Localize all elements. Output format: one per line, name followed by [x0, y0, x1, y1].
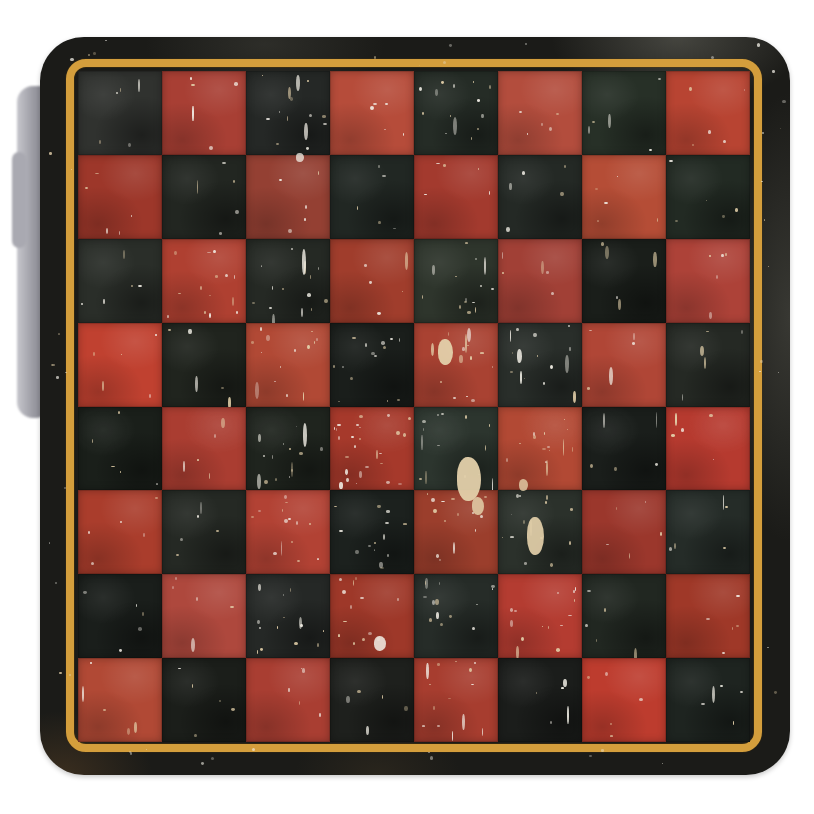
square-e3[interactable] [414, 490, 498, 574]
square-h3[interactable] [666, 490, 750, 574]
square-c3[interactable] [246, 490, 330, 574]
square-a6[interactable] [78, 239, 162, 323]
square-e7[interactable] [414, 155, 498, 239]
checkerboard [40, 37, 790, 775]
square-g3[interactable] [582, 490, 666, 574]
square-f4[interactable] [498, 407, 582, 491]
square-a8[interactable] [78, 71, 162, 155]
square-d1[interactable] [330, 658, 414, 742]
square-g6[interactable] [582, 239, 666, 323]
square-b4[interactable] [162, 407, 246, 491]
square-b5[interactable] [162, 323, 246, 407]
square-b3[interactable] [162, 490, 246, 574]
square-d6[interactable] [330, 239, 414, 323]
square-a2[interactable] [78, 574, 162, 658]
square-h1[interactable] [666, 658, 750, 742]
square-c6[interactable] [246, 239, 330, 323]
square-b7[interactable] [162, 155, 246, 239]
square-d5[interactable] [330, 323, 414, 407]
board-grid [78, 71, 750, 742]
square-g1[interactable] [582, 658, 666, 742]
square-f7[interactable] [498, 155, 582, 239]
square-f5[interactable] [498, 323, 582, 407]
square-e5[interactable] [414, 323, 498, 407]
square-c2[interactable] [246, 574, 330, 658]
square-a3[interactable] [78, 490, 162, 574]
square-c1[interactable] [246, 658, 330, 742]
square-d7[interactable] [330, 155, 414, 239]
square-b8[interactable] [162, 71, 246, 155]
square-g7[interactable] [582, 155, 666, 239]
square-e6[interactable] [414, 239, 498, 323]
square-c8[interactable] [246, 71, 330, 155]
square-f3[interactable] [498, 490, 582, 574]
square-c4[interactable] [246, 407, 330, 491]
square-h5[interactable] [666, 323, 750, 407]
square-d3[interactable] [330, 490, 414, 574]
square-b1[interactable] [162, 658, 246, 742]
square-e4[interactable] [414, 407, 498, 491]
square-b6[interactable] [162, 239, 246, 323]
square-g5[interactable] [582, 323, 666, 407]
square-c5[interactable] [246, 323, 330, 407]
square-g4[interactable] [582, 407, 666, 491]
square-f8[interactable] [498, 71, 582, 155]
square-g2[interactable] [582, 574, 666, 658]
square-f6[interactable] [498, 239, 582, 323]
square-a5[interactable] [78, 323, 162, 407]
square-g8[interactable] [582, 71, 666, 155]
square-a7[interactable] [78, 155, 162, 239]
square-d4[interactable] [330, 407, 414, 491]
square-e8[interactable] [414, 71, 498, 155]
square-a4[interactable] [78, 407, 162, 491]
photo-background [0, 0, 814, 814]
square-a1[interactable] [78, 658, 162, 742]
square-e1[interactable] [414, 658, 498, 742]
square-d8[interactable] [330, 71, 414, 155]
square-e2[interactable] [414, 574, 498, 658]
square-d2[interactable] [330, 574, 414, 658]
square-h2[interactable] [666, 574, 750, 658]
square-c7[interactable] [246, 155, 330, 239]
square-h6[interactable] [666, 239, 750, 323]
square-f1[interactable] [498, 658, 582, 742]
square-h7[interactable] [666, 155, 750, 239]
square-h8[interactable] [666, 71, 750, 155]
square-f2[interactable] [498, 574, 582, 658]
square-b2[interactable] [162, 574, 246, 658]
square-h4[interactable] [666, 407, 750, 491]
